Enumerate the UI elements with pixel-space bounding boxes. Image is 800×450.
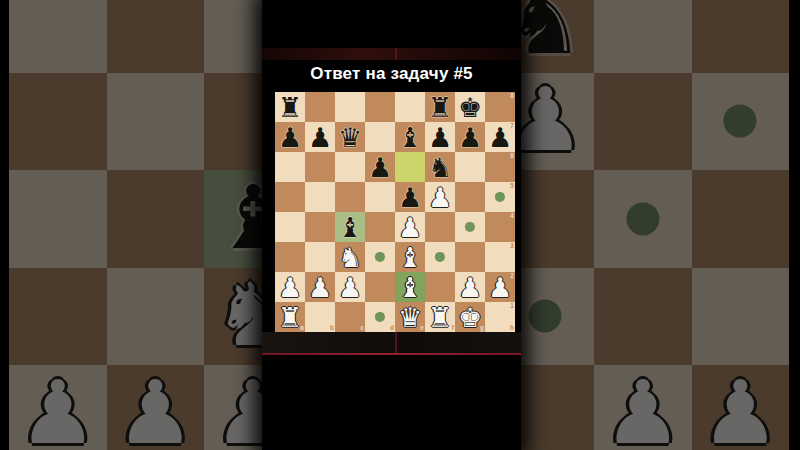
ghost-piece-white-bishop: ♝ [395,272,425,302]
coord-file-label: f [452,325,454,331]
piece-black-rook: ♜ [425,92,455,122]
decor-vertical-line [395,332,397,353]
coord-rank-label: 7 [510,123,514,129]
decor-horizontal-line [262,353,521,355]
square-f6: ♞ [425,152,455,182]
square-d5 [365,182,395,212]
top-decor-band [262,48,521,60]
square-h7: ♟7 [485,122,515,152]
square-a5 [9,73,107,171]
square-a5 [275,182,305,212]
legal-move-dot [375,252,385,262]
square-a3 [9,268,107,366]
square-g3 [594,268,692,366]
square-g7: ♟ [455,122,485,152]
square-e1: ♛e [395,302,425,332]
piece-white-pawn: ♟ [692,365,790,450]
square-f5: ♟ [425,182,455,212]
square-e7: ♝ [395,122,425,152]
square-g6 [594,0,692,73]
square-h5 [692,73,790,171]
coord-file-label: a [300,325,304,331]
piece-black-rook: ♜ [275,92,305,122]
square-a1: ♜a [275,302,305,332]
piece-black-pawn: ♟ [425,122,455,152]
square-a6 [9,0,107,73]
piece-white-pawn: ♟ [107,365,205,450]
coord-file-label: g [480,325,484,331]
square-a2: ♟ [9,365,107,450]
square-h3: 3 [485,242,515,272]
piece-white-pawn: ♟ [275,272,305,302]
square-g2: ♟ [455,272,485,302]
piece-white-knight: ♞ [335,242,365,272]
square-d1: d [365,302,395,332]
square-b5 [107,73,205,171]
square-a2: ♟ [275,272,305,302]
chessboard: ♜♜♚8♟♟♛♝♟♟♟7♟♞6♟♟5♝♟4♞♝3♟♟♟♝♝♟♟2♜abcd♛e♜… [275,92,515,332]
square-d4 [365,212,395,242]
square-a3 [275,242,305,272]
square-e6 [395,152,425,182]
coord-rank-label: 2 [510,273,514,279]
square-b1: b [305,302,335,332]
legal-move-dot [724,105,757,138]
square-h2: ♟2 [485,272,515,302]
square-b3 [107,268,205,366]
piece-white-pawn: ♟ [395,212,425,242]
square-c4: ♝ [335,212,365,242]
square-c7: ♛ [335,122,365,152]
coord-file-label: b [330,325,334,331]
square-d2 [365,272,395,302]
square-b8 [305,92,335,122]
coord-file-label: h [510,325,514,331]
square-d7 [365,122,395,152]
square-c3: ♞ [335,242,365,272]
legal-move-dot [495,192,505,202]
square-e5: ♟ [395,182,425,212]
square-b7: ♟ [305,122,335,152]
piece-black-knight: ♞ [425,152,455,182]
square-b6 [107,0,205,73]
piece-black-pawn: ♟ [395,182,425,212]
piece-white-pawn: ♟ [455,272,485,302]
square-g4 [455,212,485,242]
video-title: Ответ на задачу #5 [310,64,473,84]
square-h8: 8 [485,92,515,122]
square-g3 [455,242,485,272]
coord-rank-label: 3 [510,243,514,249]
square-g8: ♚ [455,92,485,122]
square-g4 [594,170,692,268]
square-f4 [425,212,455,242]
square-f7: ♟ [425,122,455,152]
piece-white-rook: ♜ [425,302,455,332]
legal-move-dot [529,300,562,333]
legal-move-dot [626,202,659,235]
piece-black-queen: ♛ [335,122,365,152]
square-h3 [692,268,790,366]
bottom-decor-band [262,332,521,355]
square-g5 [455,182,485,212]
square-f1: ♜f [425,302,455,332]
piece-black-pawn: ♟ [365,152,395,182]
piece-black-king: ♚ [455,92,485,122]
legal-move-dot [465,222,475,232]
video-frame[interactable]: ♜♜♚♟♟♛♝♟♟♟♟♞♟♟♝♟♞♝♟♟♟♝♝♟♟♜♛♜♚ Ответ на з… [0,0,800,450]
square-h5: 5 [485,182,515,212]
square-g1: ♚g [455,302,485,332]
square-b4 [107,170,205,268]
square-d3 [365,242,395,272]
square-b6 [305,152,335,182]
square-h6 [692,0,790,73]
square-b3 [305,242,335,272]
square-e8 [395,92,425,122]
piece-white-pawn: ♟ [335,272,365,302]
square-d8 [365,92,395,122]
square-b2: ♟ [107,365,205,450]
square-b5 [305,182,335,212]
coord-rank-label: 8 [510,93,514,99]
piece-black-pawn: ♟ [275,122,305,152]
coord-file-label: e [420,325,424,331]
piece-white-pawn: ♟ [425,182,455,212]
coord-file-label: d [390,325,394,331]
square-c5 [335,182,365,212]
coord-rank-label: 4 [510,213,514,219]
square-h2: ♟ [692,365,790,450]
square-c6 [335,152,365,182]
square-h4 [692,170,790,268]
square-c8 [335,92,365,122]
square-a7: ♟ [275,122,305,152]
square-a6 [275,152,305,182]
square-f2 [425,272,455,302]
square-d6: ♟ [365,152,395,182]
square-g5 [594,73,692,171]
piece-black-bishop: ♝ [335,212,365,242]
square-h1: 1h [485,302,515,332]
square-c1: c [335,302,365,332]
square-b4 [305,212,335,242]
square-e3: ♝ [395,242,425,272]
video-strip: Ответ на задачу #5 ♜♜♚8♟♟♛♝♟♟♟7♟♞6♟♟5♝♟4… [262,0,521,450]
piece-white-pawn: ♟ [9,365,107,450]
legal-move-dot [375,312,385,322]
coord-rank-label: 1 [510,303,514,309]
piece-black-pawn: ♟ [305,122,335,152]
coord-rank-label: 5 [510,183,514,189]
piece-white-bishop: ♝ [395,242,425,272]
piece-black-bishop: ♝ [395,122,425,152]
square-g6 [455,152,485,182]
piece-white-pawn: ♟ [594,365,692,450]
square-a8: ♜ [275,92,305,122]
coord-file-label: c [360,325,364,331]
piece-white-pawn: ♟ [305,272,335,302]
decor-vertical-line [395,48,397,60]
square-b2: ♟ [305,272,335,302]
coord-rank-label: 6 [510,153,514,159]
square-e2: ♝♝ [395,272,425,302]
square-f8: ♜ [425,92,455,122]
piece-black-pawn: ♟ [455,122,485,152]
square-c2: ♟ [335,272,365,302]
title-bar: Ответ на задачу #5 [262,60,521,87]
legal-move-dot [435,252,445,262]
square-a4 [275,212,305,242]
square-h4: 4 [485,212,515,242]
square-h6: 6 [485,152,515,182]
square-a4 [9,170,107,268]
square-g2: ♟ [594,365,692,450]
square-e4: ♟ [395,212,425,242]
square-f3 [425,242,455,272]
